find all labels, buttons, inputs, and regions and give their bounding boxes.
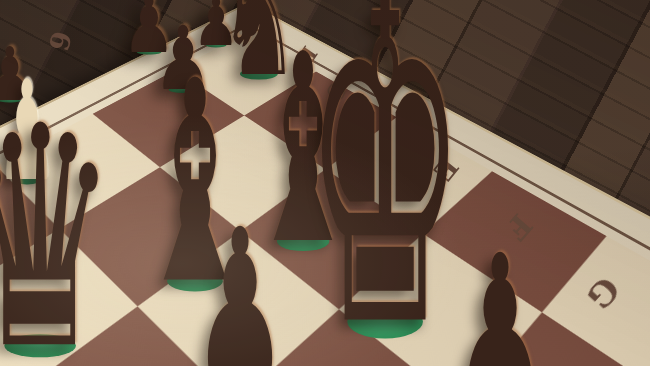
- pawn-glyph: ♟: [192, 228, 288, 366]
- pawn-glyph: ♟: [452, 254, 548, 366]
- chess-photo-scene: 6BCEFG ♟♞♟♟♟♟♝♝♚♛♟♟: [0, 0, 650, 366]
- piece-black-pawn-g7[interactable]: ♟: [452, 254, 548, 366]
- queen-glyph: ♛: [0, 125, 117, 354]
- piece-black-king-e7[interactable]: ♚: [304, 0, 465, 333]
- piece-black-pawn-c4[interactable]: ♟: [192, 228, 288, 366]
- piece-black-queen-a4[interactable]: ♛: [0, 125, 117, 354]
- king-glyph: ♚: [304, 0, 465, 333]
